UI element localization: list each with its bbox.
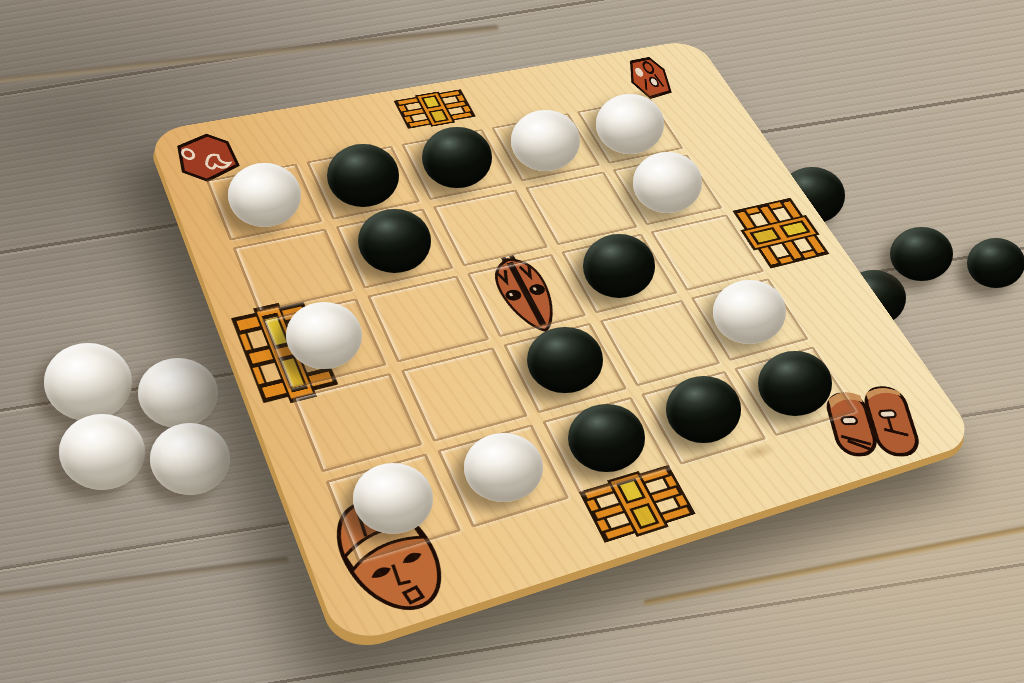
white-stone-r3c1[interactable] bbox=[286, 302, 363, 370]
white-stone-r1c4[interactable] bbox=[511, 110, 580, 171]
comb-symbol-top bbox=[387, 87, 482, 133]
black-stone-r5c3[interactable] bbox=[568, 404, 645, 472]
captured-white-stone-2[interactable] bbox=[138, 358, 218, 428]
captured-white-stone-1[interactable] bbox=[44, 343, 132, 421]
plank-seam bbox=[0, 25, 499, 86]
white-stone-r5c2[interactable] bbox=[464, 433, 543, 503]
white-stone-r1c5[interactable] bbox=[596, 94, 664, 154]
outdoor-table-scene bbox=[0, 0, 1024, 683]
white-stone-r4c5[interactable] bbox=[713, 280, 786, 344]
white-stone-r1c1[interactable] bbox=[228, 163, 301, 227]
captured-white-stone-3[interactable] bbox=[59, 414, 145, 490]
black-stone-r5c5[interactable] bbox=[758, 351, 832, 416]
black-stone-r1c2[interactable] bbox=[327, 144, 399, 207]
captured-black-stone-4[interactable] bbox=[967, 238, 1024, 288]
black-stone-r2c2[interactable] bbox=[358, 209, 431, 274]
plank-seam bbox=[0, 557, 289, 601]
white-stone-r2c5[interactable] bbox=[633, 152, 702, 213]
captured-black-stone-3[interactable] bbox=[890, 227, 953, 281]
black-stone-r3c4[interactable] bbox=[583, 234, 655, 298]
captured-white-stone-4[interactable] bbox=[150, 423, 230, 495]
black-stone-r5c4[interactable] bbox=[666, 376, 742, 443]
plank-seam bbox=[643, 520, 1024, 607]
black-stone-r4c3[interactable] bbox=[527, 327, 602, 393]
black-stone-r1c3[interactable] bbox=[422, 127, 492, 189]
